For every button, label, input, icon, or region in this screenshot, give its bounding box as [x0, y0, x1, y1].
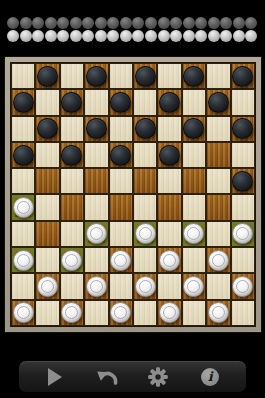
- toolbar: i: [18, 360, 247, 393]
- square-r3c2[interactable]: [35, 116, 59, 142]
- black-man[interactable]: [110, 92, 131, 113]
- white-tray-piece: [32, 30, 44, 42]
- square-r2c8[interactable]: [182, 89, 206, 115]
- black-tray-piece: [45, 17, 57, 29]
- square-r1c10[interactable]: [231, 63, 255, 89]
- black-tray-piece: [107, 17, 119, 29]
- square-r8c2[interactable]: [35, 247, 59, 273]
- square-r10c4[interactable]: [84, 300, 108, 326]
- square-r4c8[interactable]: [182, 142, 206, 168]
- square-r1c7[interactable]: [157, 63, 181, 89]
- white-man[interactable]: [110, 250, 131, 271]
- white-tray-piece: [20, 30, 32, 42]
- square-r2c4[interactable]: [84, 89, 108, 115]
- square-r8c10[interactable]: [231, 247, 255, 273]
- square-r1c5[interactable]: [109, 63, 133, 89]
- square-r7c1[interactable]: [11, 221, 35, 247]
- black-man[interactable]: [183, 66, 204, 87]
- white-tray-piece: [158, 30, 170, 42]
- square-r9c3[interactable]: [60, 273, 84, 299]
- white-tray-piece: [107, 30, 119, 42]
- square-r6c5[interactable]: [109, 194, 133, 220]
- square-r3c8[interactable]: [182, 116, 206, 142]
- black-man[interactable]: [232, 171, 253, 192]
- square-r6c1[interactable]: [11, 194, 35, 220]
- white-man[interactable]: [183, 276, 204, 297]
- black-man[interactable]: [135, 66, 156, 87]
- black-man[interactable]: [183, 118, 204, 139]
- square-r1c4[interactable]: [84, 63, 108, 89]
- square-r9c6[interactable]: [133, 273, 157, 299]
- square-r3c9[interactable]: [206, 116, 230, 142]
- black-pieces-tray: [7, 17, 258, 29]
- square-r2c5[interactable]: [109, 89, 133, 115]
- black-man[interactable]: [86, 118, 107, 139]
- square-r6c3[interactable]: [60, 194, 84, 220]
- black-man[interactable]: [208, 92, 229, 113]
- black-man[interactable]: [61, 145, 82, 166]
- square-r10c6[interactable]: [133, 300, 157, 326]
- square-r7c6[interactable]: [133, 221, 157, 247]
- white-man[interactable]: [183, 223, 204, 244]
- square-r9c4[interactable]: [84, 273, 108, 299]
- square-r4c2[interactable]: [35, 142, 59, 168]
- square-r9c2[interactable]: [35, 273, 59, 299]
- square-r5c9[interactable]: [206, 168, 230, 194]
- white-man[interactable]: [135, 276, 156, 297]
- square-r4c1[interactable]: [11, 142, 35, 168]
- square-r10c1[interactable]: [11, 300, 35, 326]
- square-r3c6[interactable]: [133, 116, 157, 142]
- square-r3c7[interactable]: [157, 116, 181, 142]
- white-man[interactable]: [135, 223, 156, 244]
- square-r4c4[interactable]: [84, 142, 108, 168]
- square-r8c8[interactable]: [182, 247, 206, 273]
- white-man[interactable]: [61, 302, 82, 323]
- white-man[interactable]: [232, 276, 253, 297]
- square-r1c1[interactable]: [11, 63, 35, 89]
- black-tray-piece: [120, 17, 132, 29]
- board-frame: [4, 56, 262, 333]
- undo-icon: [95, 367, 119, 387]
- white-man[interactable]: [86, 276, 107, 297]
- square-r5c7[interactable]: [157, 168, 181, 194]
- settings-button[interactable]: [137, 360, 179, 393]
- white-tray-piece: [95, 30, 107, 42]
- white-man[interactable]: [208, 302, 229, 323]
- white-tray-piece: [7, 30, 19, 42]
- white-tray-piece: [82, 30, 94, 42]
- checkers-board[interactable]: [10, 62, 256, 327]
- black-man[interactable]: [159, 145, 180, 166]
- square-r6c7[interactable]: [157, 194, 181, 220]
- white-tray-piece: [195, 30, 207, 42]
- square-r6c10[interactable]: [231, 194, 255, 220]
- black-man[interactable]: [61, 92, 82, 113]
- square-r3c4[interactable]: [84, 116, 108, 142]
- info-button[interactable]: i: [189, 360, 231, 393]
- play-icon: [48, 368, 62, 386]
- square-r10c9[interactable]: [206, 300, 230, 326]
- square-r8c6[interactable]: [133, 247, 157, 273]
- white-man[interactable]: [232, 223, 253, 244]
- white-tray-piece: [245, 30, 257, 42]
- white-tray-piece: [132, 30, 144, 42]
- square-r6c6[interactable]: [133, 194, 157, 220]
- play-button[interactable]: [34, 360, 76, 393]
- square-r10c7[interactable]: [157, 300, 181, 326]
- white-tray-piece: [120, 30, 132, 42]
- square-r8c4[interactable]: [84, 247, 108, 273]
- square-r7c7[interactable]: [157, 221, 181, 247]
- square-r10c5[interactable]: [109, 300, 133, 326]
- square-r2c3[interactable]: [60, 89, 84, 115]
- square-r7c2[interactable]: [35, 221, 59, 247]
- square-r2c9[interactable]: [206, 89, 230, 115]
- white-man[interactable]: [13, 250, 34, 271]
- square-r5c1[interactable]: [11, 168, 35, 194]
- black-tray-piece: [32, 17, 44, 29]
- square-r9c9[interactable]: [206, 273, 230, 299]
- square-r4c3[interactable]: [60, 142, 84, 168]
- square-r7c5[interactable]: [109, 221, 133, 247]
- white-tray-piece: [70, 30, 82, 42]
- square-r8c5[interactable]: [109, 247, 133, 273]
- white-man[interactable]: [159, 302, 180, 323]
- black-tray-piece: [170, 17, 182, 29]
- black-tray-piece: [158, 17, 170, 29]
- square-r10c3[interactable]: [60, 300, 84, 326]
- square-r6c4[interactable]: [84, 194, 108, 220]
- black-man[interactable]: [37, 118, 58, 139]
- square-r1c8[interactable]: [182, 63, 206, 89]
- black-man[interactable]: [232, 66, 253, 87]
- white-pieces-tray: [7, 30, 258, 42]
- square-r1c9[interactable]: [206, 63, 230, 89]
- white-tray-piece: [170, 30, 182, 42]
- black-tray-piece: [95, 17, 107, 29]
- square-r4c10[interactable]: [231, 142, 255, 168]
- black-man[interactable]: [159, 92, 180, 113]
- square-r5c6[interactable]: [133, 168, 157, 194]
- square-r6c9[interactable]: [206, 194, 230, 220]
- white-tray-piece: [45, 30, 57, 42]
- square-r7c8[interactable]: [182, 221, 206, 247]
- gear-icon: [147, 366, 169, 388]
- black-tray-piece: [183, 17, 195, 29]
- square-r8c1[interactable]: [11, 247, 35, 273]
- white-tray-piece: [208, 30, 220, 42]
- square-r3c5[interactable]: [109, 116, 133, 142]
- square-r1c3[interactable]: [60, 63, 84, 89]
- square-r9c10[interactable]: [231, 273, 255, 299]
- black-man[interactable]: [110, 145, 131, 166]
- black-tray-piece: [208, 17, 220, 29]
- black-man[interactable]: [37, 66, 58, 87]
- square-r6c2[interactable]: [35, 194, 59, 220]
- square-r4c6[interactable]: [133, 142, 157, 168]
- square-r3c10[interactable]: [231, 116, 255, 142]
- square-r9c7[interactable]: [157, 273, 181, 299]
- square-r2c7[interactable]: [157, 89, 181, 115]
- white-man[interactable]: [13, 197, 34, 218]
- square-r5c2[interactable]: [35, 168, 59, 194]
- square-r5c8[interactable]: [182, 168, 206, 194]
- square-r2c6[interactable]: [133, 89, 157, 115]
- square-r9c1[interactable]: [11, 273, 35, 299]
- black-man[interactable]: [232, 118, 253, 139]
- black-man[interactable]: [86, 66, 107, 87]
- square-r8c3[interactable]: [60, 247, 84, 273]
- square-r10c2[interactable]: [35, 300, 59, 326]
- square-r4c7[interactable]: [157, 142, 181, 168]
- white-tray-piece: [57, 30, 69, 42]
- black-tray-piece: [20, 17, 32, 29]
- undo-button[interactable]: [86, 360, 128, 393]
- square-r2c2[interactable]: [35, 89, 59, 115]
- square-r5c3[interactable]: [60, 168, 84, 194]
- square-r9c8[interactable]: [182, 273, 206, 299]
- square-r5c10[interactable]: [231, 168, 255, 194]
- white-tray-piece: [233, 30, 245, 42]
- square-r5c5[interactable]: [109, 168, 133, 194]
- black-tray-piece: [57, 17, 69, 29]
- info-icon: i: [201, 368, 219, 386]
- white-man[interactable]: [110, 302, 131, 323]
- black-tray-piece: [82, 17, 94, 29]
- black-tray-piece: [233, 17, 245, 29]
- black-man[interactable]: [13, 145, 34, 166]
- black-tray-piece: [7, 17, 19, 29]
- square-r3c1[interactable]: [11, 116, 35, 142]
- square-r7c4[interactable]: [84, 221, 108, 247]
- white-tray-piece: [220, 30, 232, 42]
- square-r2c10[interactable]: [231, 89, 255, 115]
- square-r4c9[interactable]: [206, 142, 230, 168]
- black-tray-piece: [195, 17, 207, 29]
- square-r2c1[interactable]: [11, 89, 35, 115]
- square-r10c8[interactable]: [182, 300, 206, 326]
- white-tray-piece: [145, 30, 157, 42]
- white-man[interactable]: [37, 276, 58, 297]
- black-tray-piece: [132, 17, 144, 29]
- black-man[interactable]: [13, 92, 34, 113]
- square-r8c9[interactable]: [206, 247, 230, 273]
- square-r7c10[interactable]: [231, 221, 255, 247]
- square-r7c9[interactable]: [206, 221, 230, 247]
- black-tray-piece: [145, 17, 157, 29]
- white-man[interactable]: [208, 250, 229, 271]
- square-r6c8[interactable]: [182, 194, 206, 220]
- white-tray-piece: [183, 30, 195, 42]
- square-r4c5[interactable]: [109, 142, 133, 168]
- square-r7c3[interactable]: [60, 221, 84, 247]
- white-man[interactable]: [61, 250, 82, 271]
- square-r10c10[interactable]: [231, 300, 255, 326]
- white-man[interactable]: [86, 223, 107, 244]
- square-r1c2[interactable]: [35, 63, 59, 89]
- black-tray-piece: [245, 17, 257, 29]
- black-tray-piece: [220, 17, 232, 29]
- square-r3c3[interactable]: [60, 116, 84, 142]
- square-r5c4[interactable]: [84, 168, 108, 194]
- square-r9c5[interactable]: [109, 273, 133, 299]
- white-man[interactable]: [13, 302, 34, 323]
- white-man[interactable]: [159, 250, 180, 271]
- black-tray-piece: [70, 17, 82, 29]
- square-r8c7[interactable]: [157, 247, 181, 273]
- square-r1c6[interactable]: [133, 63, 157, 89]
- black-man[interactable]: [135, 118, 156, 139]
